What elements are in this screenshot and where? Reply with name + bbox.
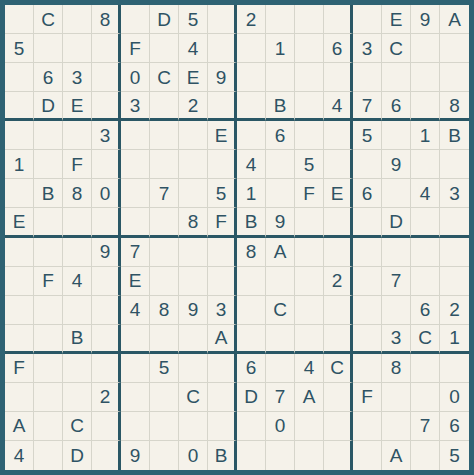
cell-r16c2[interactable]	[34, 441, 63, 470]
cell-r11c12[interactable]	[324, 296, 353, 325]
cell-r7c7[interactable]	[179, 179, 208, 208]
cell-r8c11[interactable]	[295, 208, 324, 237]
cell-r12c1[interactable]	[5, 325, 34, 354]
cell-r10c1[interactable]	[5, 267, 34, 296]
cell-r5c5[interactable]	[121, 121, 150, 150]
cell-r10c5[interactable]: E	[121, 267, 150, 296]
cell-r9c13[interactable]	[353, 238, 382, 267]
cell-r16c8[interactable]: B	[208, 441, 237, 470]
cell-r3c14[interactable]	[382, 63, 411, 92]
cell-r1c15[interactable]: 9	[411, 5, 440, 34]
cell-r3c16[interactable]	[440, 63, 469, 92]
cell-r10c2[interactable]: F	[34, 267, 63, 296]
cell-r8c3[interactable]	[63, 208, 92, 237]
cell-r15c6[interactable]	[150, 412, 179, 441]
cell-r12c4[interactable]	[92, 325, 121, 354]
cell-r9c9[interactable]: 8	[237, 238, 266, 267]
cell-r10c9[interactable]	[237, 267, 266, 296]
cell-r13c15[interactable]	[411, 354, 440, 383]
cell-r14c2[interactable]	[34, 383, 63, 412]
cell-r15c2[interactable]	[34, 412, 63, 441]
cell-r15c3[interactable]: C	[63, 412, 92, 441]
cell-r13c1[interactable]: F	[5, 354, 34, 383]
cell-r10c13[interactable]	[353, 267, 382, 296]
cell-r15c5[interactable]	[121, 412, 150, 441]
cell-r1c6[interactable]: D	[150, 5, 179, 34]
cell-r1c1[interactable]	[5, 5, 34, 34]
cell-r3c13[interactable]	[353, 63, 382, 92]
cell-r12c8[interactable]: A	[208, 325, 237, 354]
cell-r1c16[interactable]: A	[440, 5, 469, 34]
cell-r5c8[interactable]: E	[208, 121, 237, 150]
cell-r11c9[interactable]	[237, 296, 266, 325]
cell-r14c12[interactable]	[324, 383, 353, 412]
cell-r1c4[interactable]: 8	[92, 5, 121, 34]
cell-r6c15[interactable]	[411, 150, 440, 179]
cell-r7c10[interactable]	[266, 179, 295, 208]
cell-r15c11[interactable]	[295, 412, 324, 441]
cell-r16c1[interactable]: 4	[5, 441, 34, 470]
cell-r6c12[interactable]	[324, 150, 353, 179]
cell-r4c1[interactable]	[5, 92, 34, 121]
cell-r13c2[interactable]	[34, 354, 63, 383]
cell-r2c11[interactable]	[295, 34, 324, 63]
cell-r2c15[interactable]	[411, 34, 440, 63]
cell-r14c15[interactable]	[411, 383, 440, 412]
cell-r12c10[interactable]	[266, 325, 295, 354]
cell-r6c2[interactable]	[34, 150, 63, 179]
cell-r2c12[interactable]: 6	[324, 34, 353, 63]
cell-r13c16[interactable]	[440, 354, 469, 383]
cell-r9c14[interactable]	[382, 238, 411, 267]
cell-r3c15[interactable]	[411, 63, 440, 92]
cell-r15c9[interactable]	[237, 412, 266, 441]
cell-r14c8[interactable]	[208, 383, 237, 412]
cell-r6c13[interactable]	[353, 150, 382, 179]
cell-r15c7[interactable]	[179, 412, 208, 441]
cell-r6c8[interactable]	[208, 150, 237, 179]
cell-r13c4[interactable]	[92, 354, 121, 383]
cell-r2c5[interactable]: F	[121, 34, 150, 63]
cell-r3c10[interactable]	[266, 63, 295, 92]
cell-r3c9[interactable]	[237, 63, 266, 92]
cell-r2c7[interactable]: 4	[179, 34, 208, 63]
cell-r13c11[interactable]: 4	[295, 354, 324, 383]
cell-r16c7[interactable]: 0	[179, 441, 208, 470]
cell-r6c6[interactable]	[150, 150, 179, 179]
cell-r10c16[interactable]	[440, 267, 469, 296]
cell-r5c10[interactable]: 6	[266, 121, 295, 150]
cell-r16c13[interactable]	[353, 441, 382, 470]
cell-r9c16[interactable]	[440, 238, 469, 267]
cell-r1c11[interactable]	[295, 5, 324, 34]
cell-r15c12[interactable]	[324, 412, 353, 441]
cell-r3c11[interactable]	[295, 63, 324, 92]
cell-r8c6[interactable]	[150, 208, 179, 237]
cell-r11c16[interactable]: 2	[440, 296, 469, 325]
cell-r11c15[interactable]: 6	[411, 296, 440, 325]
cell-r11c14[interactable]	[382, 296, 411, 325]
cell-r3c1[interactable]	[5, 63, 34, 92]
cell-r15c14[interactable]	[382, 412, 411, 441]
cell-r8c12[interactable]	[324, 208, 353, 237]
cell-r7c15[interactable]: 4	[411, 179, 440, 208]
cell-r1c8[interactable]	[208, 5, 237, 34]
cell-r16c12[interactable]	[324, 441, 353, 470]
cell-r11c1[interactable]	[5, 296, 34, 325]
cell-r3c2[interactable]: 6	[34, 63, 63, 92]
cell-r6c3[interactable]: F	[63, 150, 92, 179]
cell-r12c5[interactable]	[121, 325, 150, 354]
cell-r16c6[interactable]	[150, 441, 179, 470]
cell-r5c3[interactable]	[63, 121, 92, 150]
cell-r2c4[interactable]	[92, 34, 121, 63]
cell-r12c9[interactable]	[237, 325, 266, 354]
cell-r1c12[interactable]	[324, 5, 353, 34]
cell-r12c3[interactable]: B	[63, 325, 92, 354]
cell-r2c6[interactable]	[150, 34, 179, 63]
cell-r9c12[interactable]	[324, 238, 353, 267]
cell-r6c9[interactable]: 4	[237, 150, 266, 179]
cell-r16c16[interactable]: 5	[440, 441, 469, 470]
cell-r8c13[interactable]	[353, 208, 382, 237]
cell-r9c15[interactable]	[411, 238, 440, 267]
cell-r13c8[interactable]	[208, 354, 237, 383]
cell-r7c3[interactable]: 8	[63, 179, 92, 208]
cell-r12c13[interactable]	[353, 325, 382, 354]
cell-r16c9[interactable]	[237, 441, 266, 470]
cell-r9c1[interactable]	[5, 238, 34, 267]
cell-r10c14[interactable]: 7	[382, 267, 411, 296]
cell-r8c9[interactable]: B	[237, 208, 266, 237]
cell-r3c6[interactable]: C	[150, 63, 179, 92]
cell-r11c4[interactable]	[92, 296, 121, 325]
cell-r5c13[interactable]: 5	[353, 121, 382, 150]
cell-r13c5[interactable]	[121, 354, 150, 383]
cell-r7c14[interactable]	[382, 179, 411, 208]
cell-r5c2[interactable]	[34, 121, 63, 150]
cell-r14c3[interactable]	[63, 383, 92, 412]
cell-r16c15[interactable]	[411, 441, 440, 470]
cell-r11c11[interactable]	[295, 296, 324, 325]
cell-r5c4[interactable]: 3	[92, 121, 121, 150]
cell-r7c13[interactable]: 6	[353, 179, 382, 208]
cell-r11c2[interactable]	[34, 296, 63, 325]
cell-r15c16[interactable]: 6	[440, 412, 469, 441]
cell-r9c10[interactable]: A	[266, 238, 295, 267]
cell-r15c13[interactable]	[353, 412, 382, 441]
cell-r12c6[interactable]	[150, 325, 179, 354]
cell-r16c11[interactable]	[295, 441, 324, 470]
cell-r8c2[interactable]	[34, 208, 63, 237]
cell-r13c13[interactable]	[353, 354, 382, 383]
cell-r9c5[interactable]: 7	[121, 238, 150, 267]
cell-r4c16[interactable]: 8	[440, 92, 469, 121]
cell-r6c14[interactable]: 9	[382, 150, 411, 179]
cell-r11c5[interactable]: 4	[121, 296, 150, 325]
cell-r4c12[interactable]: 4	[324, 92, 353, 121]
cell-r13c12[interactable]: C	[324, 354, 353, 383]
cell-r14c14[interactable]	[382, 383, 411, 412]
cell-r1c10[interactable]	[266, 5, 295, 34]
cell-r15c15[interactable]: 7	[411, 412, 440, 441]
cell-r13c3[interactable]	[63, 354, 92, 383]
cell-r7c8[interactable]: 5	[208, 179, 237, 208]
cell-r11c3[interactable]	[63, 296, 92, 325]
cell-r9c2[interactable]	[34, 238, 63, 267]
cell-r6c1[interactable]: 1	[5, 150, 34, 179]
cell-r11c6[interactable]: 8	[150, 296, 179, 325]
hexadoku-board: C8D52E9A5F4163C630CE9DE32B47683E651B1F45…	[5, 5, 469, 470]
cell-r4c7[interactable]: 2	[179, 92, 208, 121]
cell-r10c8[interactable]	[208, 267, 237, 296]
cell-r4c9[interactable]	[237, 92, 266, 121]
cell-r10c4[interactable]	[92, 267, 121, 296]
cell-r16c4[interactable]	[92, 441, 121, 470]
cell-r12c7[interactable]	[179, 325, 208, 354]
cell-r5c14[interactable]	[382, 121, 411, 150]
cell-r1c2[interactable]: C	[34, 5, 63, 34]
cell-r5c15[interactable]: 1	[411, 121, 440, 150]
cell-r3c5[interactable]: 0	[121, 63, 150, 92]
cell-r16c10[interactable]	[266, 441, 295, 470]
cell-r13c10[interactable]	[266, 354, 295, 383]
cell-r5c6[interactable]	[150, 121, 179, 150]
cell-r9c11[interactable]	[295, 238, 324, 267]
cell-r11c8[interactable]: 3	[208, 296, 237, 325]
cell-r14c11[interactable]: A	[295, 383, 324, 412]
board-frame: C8D52E9A5F4163C630CE9DE32B47683E651B1F45…	[0, 0, 474, 475]
cell-r9c7[interactable]	[179, 238, 208, 267]
cell-r16c14[interactable]: A	[382, 441, 411, 470]
cell-r7c16[interactable]: 3	[440, 179, 469, 208]
cell-r5c11[interactable]	[295, 121, 324, 150]
cell-r4c10[interactable]: B	[266, 92, 295, 121]
cell-r10c12[interactable]: 2	[324, 267, 353, 296]
cell-r9c6[interactable]	[150, 238, 179, 267]
cell-r8c7[interactable]: 8	[179, 208, 208, 237]
cell-r16c3[interactable]: D	[63, 441, 92, 470]
cell-r11c7[interactable]: 9	[179, 296, 208, 325]
cell-r8c16[interactable]	[440, 208, 469, 237]
cell-r9c4[interactable]: 9	[92, 238, 121, 267]
cell-r12c2[interactable]	[34, 325, 63, 354]
cell-r8c8[interactable]: F	[208, 208, 237, 237]
cell-r10c15[interactable]	[411, 267, 440, 296]
cell-r14c10[interactable]: 7	[266, 383, 295, 412]
cell-r10c11[interactable]	[295, 267, 324, 296]
cell-r3c3[interactable]: 3	[63, 63, 92, 92]
cell-r1c9[interactable]: 2	[237, 5, 266, 34]
cell-r13c9[interactable]: 6	[237, 354, 266, 383]
cell-r4c15[interactable]	[411, 92, 440, 121]
cell-r15c4[interactable]	[92, 412, 121, 441]
cell-r14c6[interactable]	[150, 383, 179, 412]
cell-r4c2[interactable]: D	[34, 92, 63, 121]
cell-r14c13[interactable]: F	[353, 383, 382, 412]
cell-r13c14[interactable]: 8	[382, 354, 411, 383]
cell-r7c6[interactable]: 7	[150, 179, 179, 208]
cell-r7c12[interactable]: E	[324, 179, 353, 208]
cell-r13c7[interactable]	[179, 354, 208, 383]
cell-r7c2[interactable]: B	[34, 179, 63, 208]
cell-r4c3[interactable]: E	[63, 92, 92, 121]
cell-r11c13[interactable]	[353, 296, 382, 325]
cell-r4c14[interactable]: 6	[382, 92, 411, 121]
cell-r15c1[interactable]: A	[5, 412, 34, 441]
cell-r7c5[interactable]	[121, 179, 150, 208]
cell-r12c15[interactable]: C	[411, 325, 440, 354]
cell-r2c2[interactable]	[34, 34, 63, 63]
cell-r4c8[interactable]	[208, 92, 237, 121]
cell-r9c3[interactable]	[63, 238, 92, 267]
cell-r4c6[interactable]	[150, 92, 179, 121]
cell-r14c7[interactable]: C	[179, 383, 208, 412]
cell-r12c14[interactable]: 3	[382, 325, 411, 354]
cell-r4c11[interactable]	[295, 92, 324, 121]
cell-r14c1[interactable]	[5, 383, 34, 412]
cell-r10c7[interactable]	[179, 267, 208, 296]
cell-r3c12[interactable]	[324, 63, 353, 92]
cell-r2c10[interactable]: 1	[266, 34, 295, 63]
cell-r1c7[interactable]: 5	[179, 5, 208, 34]
cell-r7c11[interactable]: F	[295, 179, 324, 208]
cell-r1c13[interactable]	[353, 5, 382, 34]
cell-r15c8[interactable]	[208, 412, 237, 441]
cell-r12c16[interactable]: 1	[440, 325, 469, 354]
cell-r6c5[interactable]	[121, 150, 150, 179]
cell-r14c9[interactable]: D	[237, 383, 266, 412]
cell-r2c8[interactable]	[208, 34, 237, 63]
cell-r14c5[interactable]	[121, 383, 150, 412]
cell-r7c4[interactable]: 0	[92, 179, 121, 208]
cell-r14c4[interactable]: 2	[92, 383, 121, 412]
cell-r13c6[interactable]: 5	[150, 354, 179, 383]
cell-r1c3[interactable]	[63, 5, 92, 34]
cell-r3c4[interactable]	[92, 63, 121, 92]
cell-r2c1[interactable]: 5	[5, 34, 34, 63]
cell-r1c14[interactable]: E	[382, 5, 411, 34]
cell-r16c5[interactable]: 9	[121, 441, 150, 470]
cell-r4c13[interactable]: 7	[353, 92, 382, 121]
cell-r12c11[interactable]	[295, 325, 324, 354]
cell-r3c8[interactable]: 9	[208, 63, 237, 92]
cell-r5c7[interactable]	[179, 121, 208, 150]
cell-r8c4[interactable]	[92, 208, 121, 237]
cell-r4c5[interactable]: 3	[121, 92, 150, 121]
cell-r6c10[interactable]	[266, 150, 295, 179]
cell-r8c15[interactable]	[411, 208, 440, 237]
cell-r5c16[interactable]: B	[440, 121, 469, 150]
cell-r12c12[interactable]	[324, 325, 353, 354]
cell-r15c10[interactable]: 0	[266, 412, 295, 441]
cell-r2c3[interactable]	[63, 34, 92, 63]
cell-r6c11[interactable]: 5	[295, 150, 324, 179]
cell-r10c10[interactable]	[266, 267, 295, 296]
cell-r14c16[interactable]: 0	[440, 383, 469, 412]
cell-r9c8[interactable]	[208, 238, 237, 267]
cell-r2c16[interactable]	[440, 34, 469, 63]
cell-r10c6[interactable]	[150, 267, 179, 296]
cell-r7c9[interactable]: 1	[237, 179, 266, 208]
cell-r3c7[interactable]: E	[179, 63, 208, 92]
cell-r1c5[interactable]	[121, 5, 150, 34]
cell-r2c9[interactable]	[237, 34, 266, 63]
cell-r2c13[interactable]: 3	[353, 34, 382, 63]
cell-r8c14[interactable]: D	[382, 208, 411, 237]
cell-r6c16[interactable]	[440, 150, 469, 179]
cell-r2c14[interactable]: C	[382, 34, 411, 63]
cell-r5c12[interactable]	[324, 121, 353, 150]
cell-r6c7[interactable]	[179, 150, 208, 179]
cell-r7c1[interactable]	[5, 179, 34, 208]
cell-r5c1[interactable]	[5, 121, 34, 150]
cell-r8c1[interactable]: E	[5, 208, 34, 237]
cell-r11c10[interactable]: C	[266, 296, 295, 325]
cell-r4c4[interactable]	[92, 92, 121, 121]
cell-r10c3[interactable]: 4	[63, 267, 92, 296]
cell-r8c10[interactable]: 9	[266, 208, 295, 237]
cell-r5c9[interactable]	[237, 121, 266, 150]
cell-r6c4[interactable]	[92, 150, 121, 179]
cell-r8c5[interactable]	[121, 208, 150, 237]
